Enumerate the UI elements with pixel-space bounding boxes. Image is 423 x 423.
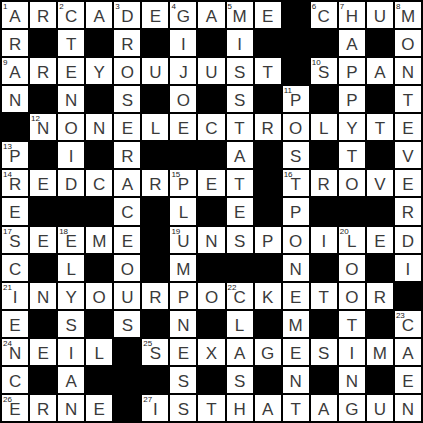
black-cell-r7c13 — [367, 198, 393, 224]
grid-cell-r6c5[interactable]: R — [142, 170, 168, 196]
cell-letter: O — [177, 92, 190, 109]
black-cell-r3c7 — [198, 86, 224, 112]
grid-cell-r11c4[interactable]: S — [114, 311, 140, 337]
grid-cell-r4c12[interactable]: Y — [339, 114, 365, 140]
grid-cell-r2c8[interactable]: S — [227, 58, 253, 84]
grid-cell-r10c0[interactable]: 21I — [2, 283, 28, 309]
clue-number: 16 — [284, 170, 293, 179]
grid-cell-r5c12[interactable]: T — [339, 142, 365, 168]
grid-cell-r6c4[interactable]: A — [114, 170, 140, 196]
grid-cell-r6c8[interactable]: T — [227, 170, 253, 196]
grid-cell-r6c10[interactable]: 16T — [283, 170, 309, 196]
grid-cell-r5c10[interactable]: S — [283, 142, 309, 168]
grid-cell-r0c4[interactable]: 3D — [114, 2, 140, 28]
cell-letter: G — [261, 345, 274, 362]
cell-letter: E — [402, 176, 413, 193]
grid-cell-r4c4[interactable]: E — [114, 114, 140, 140]
grid-cell-r9c4[interactable]: O — [114, 255, 140, 281]
cell-letter: E — [122, 120, 133, 137]
grid-cell-r6c3[interactable]: C — [86, 170, 112, 196]
cell-letter: N — [402, 401, 414, 418]
grid-cell-r12c13[interactable]: M — [367, 339, 393, 365]
grid-cell-r0c1[interactable]: R — [30, 2, 56, 28]
clue-number: 1 — [3, 2, 7, 11]
clue-number: 23 — [396, 311, 405, 320]
grid-cell-r6c6[interactable]: 15P — [170, 170, 196, 196]
grid-cell-r7c0[interactable]: E — [2, 198, 28, 224]
grid-cell-r3c10[interactable]: 11P — [283, 86, 309, 112]
grid-cell-r0c8[interactable]: 5M — [227, 2, 253, 28]
grid-cell-r8c13[interactable]: E — [367, 227, 393, 253]
cell-letter: O — [289, 120, 302, 137]
black-cell-r3c5 — [142, 86, 168, 112]
cell-letter: C — [9, 261, 21, 278]
cell-letter: N — [9, 92, 21, 109]
grid-cell-r8c0[interactable]: 17S — [2, 227, 28, 253]
grid-cell-r10c1[interactable]: N — [30, 283, 56, 309]
grid-cell-r0c3[interactable]: A — [86, 2, 112, 28]
grid-cell-r11c10[interactable]: M — [283, 311, 309, 337]
black-cell-r13c13 — [367, 367, 393, 393]
clue-number: 10 — [312, 58, 321, 67]
grid-cell-r8c1[interactable]: E — [30, 227, 56, 253]
grid-cell-r2c0[interactable]: 9A — [2, 58, 28, 84]
grid-cell-r13c12[interactable]: N — [339, 367, 365, 393]
cell-letter: L — [179, 204, 188, 221]
black-cell-r11c13 — [367, 311, 393, 337]
grid-cell-r8c14[interactable]: D — [395, 227, 421, 253]
grid-cell-r1c14[interactable]: O — [395, 30, 421, 56]
grid-cell-r14c9[interactable]: A — [255, 395, 281, 421]
grid-cell-r14c3[interactable]: E — [86, 395, 112, 421]
cell-letter: T — [290, 401, 300, 418]
grid-cell-r14c11[interactable]: A — [311, 395, 337, 421]
black-cell-r8c5 — [142, 227, 168, 253]
grid-cell-r14c7[interactable]: T — [198, 395, 224, 421]
cell-letter: N — [290, 261, 302, 278]
grid-cell-r3c2[interactable]: N — [58, 86, 84, 112]
grid-cell-r8c8[interactable]: S — [227, 227, 253, 253]
grid-cell-r1c6[interactable]: I — [170, 30, 196, 56]
black-cell-r9c8 — [227, 255, 253, 281]
cell-letter: H — [346, 8, 358, 25]
cell-letter: T — [66, 36, 76, 53]
grid-cell-r4c8[interactable]: T — [227, 114, 253, 140]
grid-cell-r12c9[interactable]: G — [255, 339, 281, 365]
grid-cell-r2c12[interactable]: P — [339, 58, 365, 84]
grid-cell-r14c10[interactable]: T — [283, 395, 309, 421]
grid-cell-r7c4[interactable]: C — [114, 198, 140, 224]
cell-letter: G — [345, 401, 358, 418]
black-cell-r5c6 — [170, 142, 196, 168]
grid-cell-r10c6[interactable]: P — [170, 283, 196, 309]
grid-cell-r7c14[interactable]: R — [395, 198, 421, 224]
grid-cell-r2c5[interactable]: U — [142, 58, 168, 84]
cell-letter: O — [345, 289, 358, 306]
grid-cell-r2c2[interactable]: E — [58, 58, 84, 84]
grid-cell-r13c14[interactable]: E — [395, 367, 421, 393]
black-cell-r9c9 — [255, 255, 281, 281]
grid-cell-r4c7[interactable]: C — [198, 114, 224, 140]
cell-letter: N — [402, 64, 414, 81]
grid-cell-r2c6[interactable]: J — [170, 58, 196, 84]
grid-cell-r10c7[interactable]: O — [198, 283, 224, 309]
grid-cell-r8c12[interactable]: 20L — [339, 227, 365, 253]
cell-letter: M — [232, 8, 246, 25]
cell-letter: O — [65, 120, 78, 137]
grid-cell-r5c4[interactable]: R — [114, 142, 140, 168]
grid-cell-r9c10[interactable]: N — [283, 255, 309, 281]
grid-cell-r6c12[interactable]: O — [339, 170, 365, 196]
cell-letter: R — [261, 120, 273, 137]
cell-letter: E — [37, 176, 48, 193]
grid-cell-r0c7[interactable]: A — [198, 2, 224, 28]
cell-letter: A — [262, 401, 273, 418]
grid-cell-r4c11[interactable]: L — [311, 114, 337, 140]
grid-cell-r1c4[interactable]: R — [114, 30, 140, 56]
cell-letter: D — [402, 233, 414, 250]
grid-cell-r4c2[interactable]: O — [58, 114, 84, 140]
clue-number: 11 — [284, 86, 292, 95]
cell-letter: I — [13, 289, 18, 306]
black-cell-r11c9 — [255, 311, 281, 337]
grid-cell-r11c0[interactable]: E — [2, 311, 28, 337]
grid-cell-r5c0[interactable]: 13P — [2, 142, 28, 168]
grid-cell-r9c14[interactable]: I — [395, 255, 421, 281]
grid-cell-r8c2[interactable]: 18E — [58, 227, 84, 253]
grid-cell-r8c4[interactable]: E — [114, 227, 140, 253]
grid-cell-r12c3[interactable]: L — [86, 339, 112, 365]
clue-number: 12 — [31, 114, 40, 123]
cell-letter: S — [318, 345, 329, 362]
grid-cell-r3c6[interactable]: O — [170, 86, 196, 112]
grid-cell-r4c14[interactable]: E — [395, 114, 421, 140]
grid-cell-r2c13[interactable]: A — [367, 58, 393, 84]
clue-number: 27 — [143, 395, 152, 404]
black-cell-r5c1 — [30, 142, 56, 168]
cell-letter: P — [262, 233, 273, 250]
grid-cell-r13c10[interactable]: N — [283, 367, 309, 393]
cell-letter: C — [65, 8, 77, 25]
grid-cell-r4c13[interactable]: T — [367, 114, 393, 140]
grid-cell-r1c2[interactable]: T — [58, 30, 84, 56]
grid-cell-r2c14[interactable]: N — [395, 58, 421, 84]
cell-letter: T — [319, 289, 329, 306]
cell-letter: H — [233, 401, 245, 418]
clue-number: 21 — [3, 283, 12, 292]
cell-letter: P — [178, 289, 189, 306]
grid-cell-r9c12[interactable]: O — [339, 255, 365, 281]
black-cell-r5c9 — [255, 142, 281, 168]
grid-cell-r11c2[interactable]: S — [58, 311, 84, 337]
cell-letter: T — [234, 176, 244, 193]
black-cell-r11c3 — [86, 311, 112, 337]
grid-cell-r9c6[interactable]: M — [170, 255, 196, 281]
cell-letter: T — [375, 120, 385, 137]
grid-cell-r4c6[interactable]: E — [170, 114, 196, 140]
cell-letter: T — [403, 92, 413, 109]
clue-number: 19 — [171, 227, 180, 236]
grid-cell-r12c2[interactable]: I — [58, 339, 84, 365]
grid-cell-r1c0[interactable]: R — [2, 30, 28, 56]
grid-cell-r8c3[interactable]: M — [86, 227, 112, 253]
black-cell-r5c11 — [311, 142, 337, 168]
black-cell-r7c5 — [142, 198, 168, 224]
black-cell-r7c7 — [198, 198, 224, 224]
grid-cell-r10c5[interactable]: R — [142, 283, 168, 309]
grid-cell-r2c9[interactable]: T — [255, 58, 281, 84]
grid-cell-r13c0[interactable]: C — [2, 367, 28, 393]
grid-cell-r11c12[interactable]: T — [339, 311, 365, 337]
cell-letter: R — [374, 289, 386, 306]
cell-letter: S — [122, 92, 133, 109]
grid-cell-r4c1[interactable]: 12N — [30, 114, 56, 140]
cell-letter: E — [290, 345, 301, 362]
grid-cell-r4c10[interactable]: O — [283, 114, 309, 140]
grid-cell-r3c4[interactable]: S — [114, 86, 140, 112]
cell-letter: A — [318, 401, 329, 418]
grid-cell-r0c14[interactable]: 8M — [395, 2, 421, 28]
cell-letter: A — [346, 36, 357, 53]
clue-number: 20 — [340, 227, 349, 236]
grid-cell-r12c10[interactable]: E — [283, 339, 309, 365]
cell-letter: D — [121, 8, 133, 25]
black-cell-r7c11 — [311, 198, 337, 224]
grid-cell-r10c13[interactable]: R — [367, 283, 393, 309]
grid-cell-r10c3[interactable]: O — [86, 283, 112, 309]
black-cell-r12c4 — [114, 339, 140, 365]
grid-cell-r5c14[interactable]: V — [395, 142, 421, 168]
grid-cell-r14c6[interactable]: S — [170, 395, 196, 421]
grid-cell-r6c14[interactable]: E — [395, 170, 421, 196]
grid-cell-r0c6[interactable]: 4G — [170, 2, 196, 28]
cell-letter: E — [94, 401, 105, 418]
grid-cell-r8c11[interactable]: I — [311, 227, 337, 253]
grid-cell-r5c8[interactable]: A — [227, 142, 253, 168]
black-cell-r9c5 — [142, 255, 168, 281]
grid-cell-r14c13[interactable]: U — [367, 395, 393, 421]
grid-cell-r8c9[interactable]: P — [255, 227, 281, 253]
cell-letter: C — [121, 204, 133, 221]
cell-letter: E — [37, 233, 48, 250]
grid-cell-r0c9[interactable]: E — [255, 2, 281, 28]
black-cell-r9c1 — [30, 255, 56, 281]
grid-cell-r0c11[interactable]: 6C — [311, 2, 337, 28]
grid-cell-r13c6[interactable]: S — [170, 367, 196, 393]
cell-letter: E — [262, 8, 273, 25]
grid-cell-r14c1[interactable]: R — [30, 395, 56, 421]
cell-letter: N — [93, 120, 105, 137]
grid-cell-r1c12[interactable]: A — [339, 30, 365, 56]
cell-letter: N — [290, 373, 302, 390]
black-cell-r1c1 — [30, 30, 56, 56]
grid-cell-r10c10[interactable]: E — [283, 283, 309, 309]
grid-cell-r2c3[interactable]: Y — [86, 58, 112, 84]
cell-letter: O — [289, 233, 302, 250]
grid-cell-r2c1[interactable]: R — [30, 58, 56, 84]
cell-letter: R — [37, 64, 49, 81]
grid-cell-r0c12[interactable]: 7H — [339, 2, 365, 28]
black-cell-r6c9 — [255, 170, 281, 196]
grid-cell-r12c7[interactable]: X — [198, 339, 224, 365]
black-cell-r1c11 — [311, 30, 337, 56]
black-cell-r13c3 — [86, 367, 112, 393]
cell-letter: M — [92, 233, 106, 250]
black-cell-r11c5 — [142, 311, 168, 337]
cell-letter: O — [345, 261, 358, 278]
grid-cell-r14c12[interactable]: G — [339, 395, 365, 421]
grid-cell-r11c14[interactable]: 23C — [395, 311, 421, 337]
black-cell-r7c2 — [58, 198, 84, 224]
clue-number: 13 — [3, 142, 12, 151]
grid-cell-r11c6[interactable]: N — [170, 311, 196, 337]
cell-letter: E — [234, 204, 245, 221]
grid-cell-r12c0[interactable]: 24N — [2, 339, 28, 365]
grid-cell-r6c2[interactable]: D — [58, 170, 84, 196]
grid-cell-r6c7[interactable]: E — [198, 170, 224, 196]
clue-number: 26 — [3, 395, 12, 404]
grid-cell-r7c6[interactable]: L — [170, 198, 196, 224]
grid-cell-r3c0[interactable]: N — [2, 86, 28, 112]
grid-cell-r6c0[interactable]: 14R — [2, 170, 28, 196]
clue-number: 14 — [3, 170, 12, 179]
grid-cell-r7c10[interactable]: P — [283, 198, 309, 224]
grid-cell-r2c11[interactable]: 10S — [311, 58, 337, 84]
black-cell-r11c11 — [311, 311, 337, 337]
grid-cell-r6c1[interactable]: E — [30, 170, 56, 196]
grid-cell-r0c5[interactable]: E — [142, 2, 168, 28]
grid-cell-r13c8[interactable]: S — [227, 367, 253, 393]
cell-letter: N — [37, 289, 49, 306]
grid-cell-r7c8[interactable]: E — [227, 198, 253, 224]
cell-letter: E — [37, 345, 48, 362]
grid-cell-r13c2[interactable]: A — [58, 367, 84, 393]
cell-letter: L — [235, 317, 244, 334]
grid-cell-r14c0[interactable]: 26E — [2, 395, 28, 421]
clue-number: 25 — [143, 339, 152, 348]
cell-letter: M — [401, 8, 415, 25]
cell-letter: R — [37, 401, 49, 418]
clue-number: 4 — [171, 2, 175, 11]
black-cell-r3c9 — [255, 86, 281, 112]
clue-number: 9 — [3, 58, 7, 67]
black-cell-r3c1 — [30, 86, 56, 112]
grid-cell-r2c4[interactable]: O — [114, 58, 140, 84]
black-cell-r13c5 — [142, 367, 168, 393]
cell-letter: M — [373, 345, 387, 362]
grid-cell-r8c7[interactable]: N — [198, 227, 224, 253]
cell-letter: A — [122, 176, 133, 193]
grid-cell-r12c8[interactable]: A — [227, 339, 253, 365]
grid-cell-r12c5[interactable]: 25S — [142, 339, 168, 365]
grid-cell-r4c5[interactable]: L — [142, 114, 168, 140]
grid-cell-r6c11[interactable]: R — [311, 170, 337, 196]
black-cell-r3c3 — [86, 86, 112, 112]
grid-cell-r3c14[interactable]: T — [395, 86, 421, 112]
cell-letter: Y — [65, 289, 76, 306]
black-cell-r11c7 — [198, 311, 224, 337]
cell-letter: U — [374, 401, 386, 418]
grid-cell-r2c7[interactable]: U — [198, 58, 224, 84]
cell-letter: E — [178, 120, 189, 137]
black-cell-r1c10 — [283, 30, 309, 56]
grid-cell-r10c9[interactable]: K — [255, 283, 281, 309]
grid-cell-r0c2[interactable]: 2C — [58, 2, 84, 28]
cell-letter: L — [94, 345, 103, 362]
cell-letter: R — [149, 289, 161, 306]
grid-cell-r12c11[interactable]: S — [311, 339, 337, 365]
cell-letter: N — [177, 317, 189, 334]
cell-letter: U — [149, 64, 161, 81]
grid-cell-r3c8[interactable]: S — [227, 86, 253, 112]
grid-cell-r11c8[interactable]: L — [227, 311, 253, 337]
grid-cell-r10c4[interactable]: U — [114, 283, 140, 309]
cell-letter: A — [374, 64, 385, 81]
cell-letter: D — [65, 176, 77, 193]
grid-cell-r4c3[interactable]: N — [86, 114, 112, 140]
cell-letter: E — [402, 120, 413, 137]
cell-letter: E — [290, 289, 301, 306]
crossword-board: 1AR2CA3DE4GA5ME6C7HU8MRTRIIAO9AREYOUJUST… — [0, 0, 423, 423]
cell-letter: R — [121, 148, 133, 165]
grid-cell-r8c10[interactable]: O — [283, 227, 309, 253]
black-cell-r10c14 — [395, 283, 421, 309]
grid-cell-r12c6[interactable]: E — [170, 339, 196, 365]
grid-cell-r1c8[interactable]: I — [227, 30, 253, 56]
grid-cell-r10c11[interactable]: T — [311, 283, 337, 309]
cell-letter: Y — [94, 64, 105, 81]
grid-cell-r14c2[interactable]: N — [58, 395, 84, 421]
black-cell-r13c11 — [311, 367, 337, 393]
cell-letter: O — [121, 261, 134, 278]
grid-cell-r10c12[interactable]: O — [339, 283, 365, 309]
grid-cell-r6c13[interactable]: V — [367, 170, 393, 196]
cell-letter: E — [122, 233, 133, 250]
cell-letter: A — [9, 8, 20, 25]
grid-cell-r14c5[interactable]: 27I — [142, 395, 168, 421]
grid-cell-r9c0[interactable]: C — [2, 255, 28, 281]
grid-cell-r14c14[interactable]: N — [395, 395, 421, 421]
cell-letter: E — [178, 345, 189, 362]
cell-letter: K — [262, 289, 273, 306]
cell-letter: O — [401, 36, 414, 53]
black-cell-r4c0 — [2, 114, 28, 140]
grid-cell-r12c14[interactable]: A — [395, 339, 421, 365]
cell-letter: T — [347, 148, 357, 165]
cell-letter: M — [176, 261, 190, 278]
cell-letter: R — [37, 8, 49, 25]
grid-cell-r5c2[interactable]: I — [58, 142, 84, 168]
grid-cell-r12c12[interactable]: I — [339, 339, 365, 365]
grid-cell-r9c2[interactable]: L — [58, 255, 84, 281]
cell-letter: N — [65, 92, 77, 109]
black-cell-r13c7 — [198, 367, 224, 393]
cell-letter: S — [65, 317, 76, 334]
grid-cell-r3c12[interactable]: P — [339, 86, 365, 112]
grid-cell-r0c13[interactable]: U — [367, 2, 393, 28]
cell-letter: S — [234, 373, 245, 390]
grid-cell-r8c6[interactable]: 19U — [170, 227, 196, 253]
grid-cell-r10c8[interactable]: 22C — [227, 283, 253, 309]
grid-cell-r12c1[interactable]: E — [30, 339, 56, 365]
grid-cell-r0c0[interactable]: 1A — [2, 2, 28, 28]
grid-cell-r4c9[interactable]: R — [255, 114, 281, 140]
grid-cell-r14c8[interactable]: H — [227, 395, 253, 421]
black-cell-r14c4 — [114, 395, 140, 421]
cell-letter: N — [346, 373, 358, 390]
cell-letter: R — [318, 176, 330, 193]
grid-cell-r10c2[interactable]: Y — [58, 283, 84, 309]
